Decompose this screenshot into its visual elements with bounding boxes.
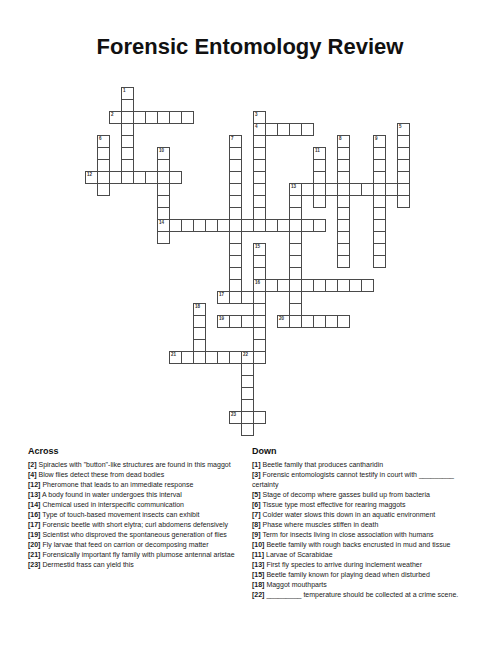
cell-number: 10 [159,148,164,153]
clue-item: [19] Scientist who disproved the spontan… [28,530,252,540]
cell-number: 12 [87,172,92,177]
clue-number: [17] [28,521,40,528]
clue-item: [10] Beetle family with rough backs encr… [252,540,476,550]
clue-number: [19] [28,531,40,538]
cell-number: 1 [123,88,126,93]
clue-item: [12] Pheromone that leads to an immediat… [28,480,252,490]
clue-item: [17] Forensic beetle with short elytra; … [28,520,252,530]
cell-number: 2 [111,112,114,117]
clue-number: [21] [28,551,40,558]
clue-item: [16] Type of touch-based movement insect… [28,510,252,520]
down-clue-list: [1] Beetle family that produces canthari… [252,460,476,600]
clue-item: [3] Forensic entomologists cannot testif… [252,470,476,490]
grid-cell[interactable] [337,255,350,268]
clue-number: [6] [252,501,261,508]
clue-item: [18] Maggot mouthparts [252,580,476,590]
cell-number: 23 [231,412,236,417]
clue-item: [2] Spiracles with "button"-like structu… [28,460,252,470]
clue-number: [11] [252,551,264,558]
cell-number: 19 [219,316,224,321]
clue-number: [7] [252,511,261,518]
clue-number: [14] [28,501,40,508]
grid-cell[interactable] [397,195,410,208]
clue-item: [4] Blow flies detect these from dead bo… [28,470,252,480]
clue-number: [1] [252,461,261,468]
cell-number: 20 [279,316,284,321]
clue-number: [15] [252,571,264,578]
clue-item: [21] Forensically important fly family w… [28,550,252,560]
clue-number: [20] [28,541,40,548]
clue-item: [20] Fly larvae that feed on carrion or … [28,540,252,550]
grid-cell[interactable] [253,351,266,364]
clue-number: [13] [28,491,40,498]
cell-number: 4 [255,124,258,129]
clue-item: [11] Larvae of Scarabidae [252,550,476,560]
grid-cell[interactable] [301,123,314,136]
grid-cell[interactable] [313,195,326,208]
clue-number: [3] [252,471,261,478]
cell-number: 14 [159,220,164,225]
grid-cell[interactable] [337,315,350,328]
clue-number: [5] [252,491,261,498]
page-title: Forensic Entomology Review [0,34,500,60]
clue-number: [16] [28,511,40,518]
cell-number: 7 [231,136,234,141]
clue-number: [4] [28,471,37,478]
clue-item: [5] Stage of decomp where gasses build u… [252,490,476,500]
clue-item: [23] Dermestid frass can yield this [28,560,252,570]
across-clue-list: [2] Spiracles with "button"-like structu… [28,460,252,570]
cell-number: 22 [243,352,248,357]
clue-number: [10] [252,541,264,548]
clue-number: [13] [252,561,264,568]
clue-item: [8] Phase where muscles stiffen in death [252,520,476,530]
grid-cell[interactable] [361,279,374,292]
cell-number: 6 [99,136,102,141]
cell-number: 17 [219,292,224,297]
clue-number: [18] [252,581,264,588]
clue-item: [9] Term for insects living in close ass… [252,530,476,540]
clue-number: [23] [28,561,40,568]
clue-number: [2] [28,461,37,468]
clue-item: [22] _________ temperature should be col… [252,590,476,600]
clue-number: [9] [252,531,261,538]
clue-item: [13] A body found in water undergoes thi… [28,490,252,500]
grid-cell[interactable] [181,111,194,124]
cell-number: 16 [255,280,260,285]
cell-number: 21 [171,352,176,357]
clue-item: [6] Tissue type most effective for reari… [252,500,476,510]
cell-number: 18 [195,304,200,309]
grid-cell[interactable] [97,183,110,196]
clue-number: [22] [252,591,264,598]
grid-cell[interactable] [313,219,326,232]
cell-number: 9 [375,136,378,141]
grid-cell[interactable] [169,171,182,184]
cell-number: 3 [255,112,258,117]
cell-number: 13 [291,184,296,189]
clue-item: [7] Colder water slows this down in an a… [252,510,476,520]
cell-number: 15 [255,244,260,249]
clue-number: [8] [252,521,261,528]
grid-cell[interactable] [157,231,170,244]
cell-number: 11 [315,148,320,153]
clue-item: [1] Beetle family that produces canthari… [252,460,476,470]
grid-cell[interactable] [373,255,386,268]
across-clues-section: Across [2] Spiracles with "button"-like … [28,446,252,570]
grid-cell[interactable] [241,423,254,436]
down-header: Down [252,446,476,456]
across-header: Across [28,446,252,456]
clue-item: [13] First fly species to arrive during … [252,560,476,570]
clue-number: [12] [28,481,40,488]
clue-item: [14] Chemical used in interspecific comm… [28,500,252,510]
cell-number: 8 [339,136,342,141]
down-clues-section: Down [1] Beetle family that produces can… [252,446,476,600]
clue-item: [15] Beetle family known for playing dea… [252,570,476,580]
grid-cell[interactable] [253,411,266,424]
cell-number: 5 [399,124,402,129]
